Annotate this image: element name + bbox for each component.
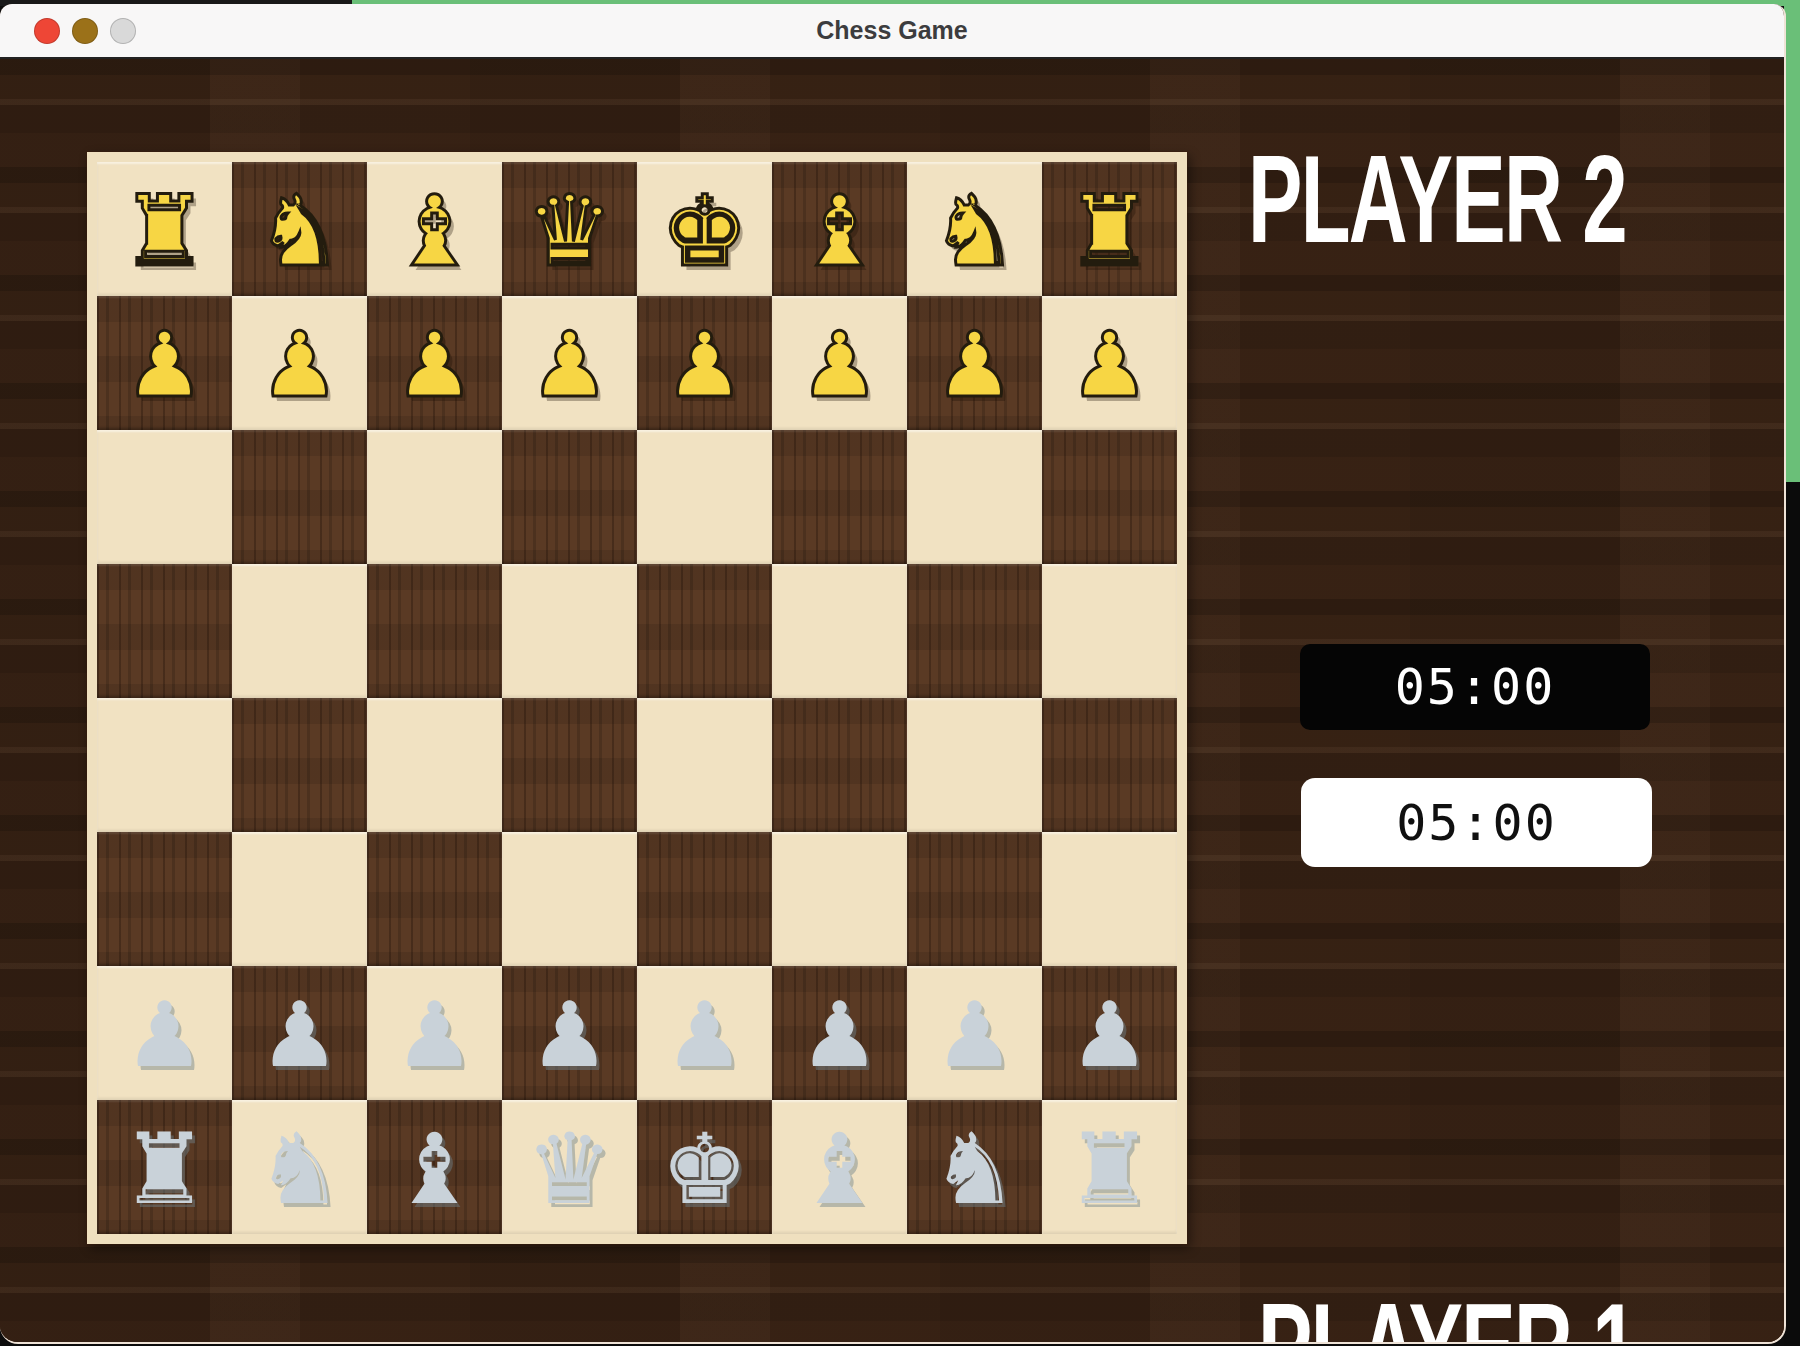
- square-f7[interactable]: ♟: [772, 296, 907, 430]
- player1-pawn-a2[interactable]: ♟: [124, 990, 205, 1080]
- player1-clock: 05:00: [1301, 778, 1652, 867]
- player2-knight-b8[interactable]: ♞: [256, 182, 344, 280]
- player2-pawn-f7[interactable]: ♟: [799, 320, 880, 410]
- square-a4[interactable]: [97, 698, 232, 832]
- square-c4[interactable]: [367, 698, 502, 832]
- square-a2[interactable]: ♟: [97, 966, 232, 1100]
- player1-knight-g1[interactable]: ♞: [931, 1120, 1019, 1218]
- app-window: Chess Game ♜♞♝♛♚♝♞♜♟♟♟♟♟♟♟♟♟♟♟♟♟♟♟♟♜♞♝♛♚…: [0, 4, 1786, 1344]
- square-e1[interactable]: ♚: [637, 1100, 772, 1234]
- square-g3[interactable]: [907, 832, 1042, 966]
- square-h3[interactable]: [1042, 832, 1177, 966]
- square-a8[interactable]: ♜: [97, 162, 232, 296]
- square-f6[interactable]: [772, 430, 907, 564]
- square-d7[interactable]: ♟: [502, 296, 637, 430]
- square-b4[interactable]: [232, 698, 367, 832]
- square-g4[interactable]: [907, 698, 1042, 832]
- square-a6[interactable]: [97, 430, 232, 564]
- square-c8[interactable]: ♝: [367, 162, 502, 296]
- square-c2[interactable]: ♟: [367, 966, 502, 1100]
- player1-bishop-c1[interactable]: ♝: [391, 1120, 479, 1218]
- square-d1[interactable]: ♛: [502, 1100, 637, 1234]
- player2-king-e8[interactable]: ♚: [661, 182, 749, 280]
- title-bar: Chess Game: [0, 4, 1784, 59]
- square-c7[interactable]: ♟: [367, 296, 502, 430]
- player1-label: PLAYER 1: [1258, 1291, 1636, 1344]
- screenshare-border-right: [1784, 0, 1800, 482]
- square-f4[interactable]: [772, 698, 907, 832]
- player2-pawn-b7[interactable]: ♟: [259, 320, 340, 410]
- player2-rook-a8[interactable]: ♜: [121, 182, 209, 280]
- player2-label: PLAYER 2: [1248, 143, 1626, 255]
- square-d3[interactable]: [502, 832, 637, 966]
- square-b1[interactable]: ♞: [232, 1100, 367, 1234]
- square-f5[interactable]: [772, 564, 907, 698]
- chess-board-grid: ♜♞♝♛♚♝♞♜♟♟♟♟♟♟♟♟♟♟♟♟♟♟♟♟♜♞♝♛♚♝♞♜: [97, 162, 1177, 1234]
- square-a3[interactable]: [97, 832, 232, 966]
- square-a5[interactable]: [97, 564, 232, 698]
- square-h7[interactable]: ♟: [1042, 296, 1177, 430]
- player2-bishop-f8[interactable]: ♝: [796, 182, 884, 280]
- player2-pawn-e7[interactable]: ♟: [664, 320, 745, 410]
- square-f8[interactable]: ♝: [772, 162, 907, 296]
- square-c6[interactable]: [367, 430, 502, 564]
- square-b8[interactable]: ♞: [232, 162, 367, 296]
- player2-pawn-c7[interactable]: ♟: [394, 320, 475, 410]
- player1-queen-d1[interactable]: ♛: [526, 1120, 614, 1218]
- square-h1[interactable]: ♜: [1042, 1100, 1177, 1234]
- square-e8[interactable]: ♚: [637, 162, 772, 296]
- player1-knight-b1[interactable]: ♞: [256, 1120, 344, 1218]
- square-g5[interactable]: [907, 564, 1042, 698]
- square-g2[interactable]: ♟: [907, 966, 1042, 1100]
- screenshot-root: Chess Game ♜♞♝♛♚♝♞♜♟♟♟♟♟♟♟♟♟♟♟♟♟♟♟♟♜♞♝♛♚…: [0, 0, 1800, 1346]
- square-h4[interactable]: [1042, 698, 1177, 832]
- square-b7[interactable]: ♟: [232, 296, 367, 430]
- player1-pawn-c2[interactable]: ♟: [394, 990, 475, 1080]
- square-d2[interactable]: ♟: [502, 966, 637, 1100]
- player2-pawn-h7[interactable]: ♟: [1069, 320, 1150, 410]
- square-h2[interactable]: ♟: [1042, 966, 1177, 1100]
- square-c3[interactable]: [367, 832, 502, 966]
- chess-board: ♜♞♝♛♚♝♞♜♟♟♟♟♟♟♟♟♟♟♟♟♟♟♟♟♜♞♝♛♚♝♞♜: [87, 152, 1187, 1244]
- square-g7[interactable]: ♟: [907, 296, 1042, 430]
- square-g1[interactable]: ♞: [907, 1100, 1042, 1234]
- player2-bishop-c8[interactable]: ♝: [391, 182, 479, 280]
- player2-knight-g8[interactable]: ♞: [931, 182, 1019, 280]
- player1-pawn-e2[interactable]: ♟: [664, 990, 745, 1080]
- player2-pawn-d7[interactable]: ♟: [529, 320, 610, 410]
- player1-pawn-g2[interactable]: ♟: [934, 990, 1015, 1080]
- square-h8[interactable]: ♜: [1042, 162, 1177, 296]
- square-f3[interactable]: [772, 832, 907, 966]
- square-g6[interactable]: [907, 430, 1042, 564]
- square-d8[interactable]: ♛: [502, 162, 637, 296]
- player2-clock-time: 05:00: [1395, 658, 1556, 716]
- player2-queen-d8[interactable]: ♛: [526, 182, 614, 280]
- square-e2[interactable]: ♟: [637, 966, 772, 1100]
- square-e6[interactable]: [637, 430, 772, 564]
- player1-bishop-f1[interactable]: ♝: [796, 1120, 884, 1218]
- player1-pawn-b2[interactable]: ♟: [259, 990, 340, 1080]
- square-h5[interactable]: [1042, 564, 1177, 698]
- player1-pawn-h2[interactable]: ♟: [1069, 990, 1150, 1080]
- player2-rook-h8[interactable]: ♜: [1066, 182, 1154, 280]
- player1-rook-h1[interactable]: ♜: [1066, 1120, 1154, 1218]
- square-g8[interactable]: ♞: [907, 162, 1042, 296]
- square-f2[interactable]: ♟: [772, 966, 907, 1100]
- square-e7[interactable]: ♟: [637, 296, 772, 430]
- square-d6[interactable]: [502, 430, 637, 564]
- square-a1[interactable]: ♜: [97, 1100, 232, 1234]
- player2-pawn-g7[interactable]: ♟: [934, 320, 1015, 410]
- player1-rook-a1[interactable]: ♜: [121, 1120, 209, 1218]
- wood-background: ♜♞♝♛♚♝♞♜♟♟♟♟♟♟♟♟♟♟♟♟♟♟♟♟♜♞♝♛♚♝♞♜ PLAYER …: [0, 59, 1784, 1342]
- square-d4[interactable]: [502, 698, 637, 832]
- player2-clock: 05:00: [1300, 644, 1650, 730]
- square-b5[interactable]: [232, 564, 367, 698]
- square-a7[interactable]: ♟: [97, 296, 232, 430]
- square-e3[interactable]: [637, 832, 772, 966]
- square-f1[interactable]: ♝: [772, 1100, 907, 1234]
- desktop-strip-right: [1784, 482, 1800, 1346]
- square-d5[interactable]: [502, 564, 637, 698]
- square-c1[interactable]: ♝: [367, 1100, 502, 1234]
- player1-clock-time: 05:00: [1396, 794, 1557, 852]
- square-b6[interactable]: [232, 430, 367, 564]
- square-b2[interactable]: ♟: [232, 966, 367, 1100]
- player1-pawn-f2[interactable]: ♟: [799, 990, 880, 1080]
- square-h6[interactable]: [1042, 430, 1177, 564]
- player2-pawn-a7[interactable]: ♟: [124, 320, 205, 410]
- square-c5[interactable]: [367, 564, 502, 698]
- window-title: Chess Game: [0, 4, 1784, 57]
- square-b3[interactable]: [232, 832, 367, 966]
- player1-pawn-d2[interactable]: ♟: [529, 990, 610, 1080]
- player1-king-e1[interactable]: ♚: [661, 1120, 749, 1218]
- square-e4[interactable]: [637, 698, 772, 832]
- square-e5[interactable]: [637, 564, 772, 698]
